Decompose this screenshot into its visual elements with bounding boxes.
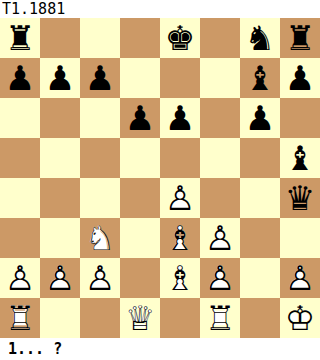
white-rook: ♖ [0, 298, 40, 338]
chess-puzzle-app: T1.1881 ♜♚♞♜♟♟♟♝♟♟♟♟♝♟♙♛♞♘♝♗♟♙♟♙♟♙♟♙♝♗♟♙… [0, 0, 320, 360]
square-e4[interactable]: ♟♙ [160, 178, 200, 218]
square-e5[interactable] [160, 138, 200, 178]
square-e3[interactable]: ♝♗ [160, 218, 200, 258]
square-a2[interactable]: ♟♙ [0, 258, 40, 298]
black-bishop: ♝ [280, 138, 320, 178]
square-f1[interactable]: ♜♖ [200, 298, 240, 338]
square-d8[interactable] [120, 18, 160, 58]
square-a3[interactable] [0, 218, 40, 258]
white-rook-fill: ♜ [200, 298, 240, 338]
square-g4[interactable] [240, 178, 280, 218]
square-a5[interactable] [0, 138, 40, 178]
white-pawn-fill: ♟ [200, 258, 240, 298]
square-b2[interactable]: ♟♙ [40, 258, 80, 298]
square-g2[interactable] [240, 258, 280, 298]
square-d6[interactable]: ♟ [120, 98, 160, 138]
square-b7[interactable]: ♟ [40, 58, 80, 98]
square-g5[interactable] [240, 138, 280, 178]
square-f4[interactable] [200, 178, 240, 218]
white-bishop: ♗ [160, 258, 200, 298]
square-c8[interactable] [80, 18, 120, 58]
chess-board: ♜♚♞♜♟♟♟♝♟♟♟♟♝♟♙♛♞♘♝♗♟♙♟♙♟♙♟♙♝♗♟♙♟♙♜♖♛♕♜♖… [0, 18, 320, 338]
white-pawn-fill: ♟ [80, 258, 120, 298]
black-rook: ♜ [0, 18, 40, 58]
square-d4[interactable] [120, 178, 160, 218]
white-pawn: ♙ [200, 218, 240, 258]
white-rook-fill: ♜ [0, 298, 40, 338]
square-a1[interactable]: ♜♖ [0, 298, 40, 338]
white-pawn-fill: ♟ [0, 258, 40, 298]
square-d1[interactable]: ♛♕ [120, 298, 160, 338]
square-h1[interactable]: ♚♔ [280, 298, 320, 338]
white-pawn: ♙ [160, 178, 200, 218]
white-pawn-fill: ♟ [200, 218, 240, 258]
square-a7[interactable]: ♟ [0, 58, 40, 98]
black-queen: ♛ [280, 178, 320, 218]
square-h3[interactable] [280, 218, 320, 258]
square-f3[interactable]: ♟♙ [200, 218, 240, 258]
white-knight: ♘ [80, 218, 120, 258]
square-d3[interactable] [120, 218, 160, 258]
square-b4[interactable] [40, 178, 80, 218]
square-g8[interactable]: ♞ [240, 18, 280, 58]
square-c1[interactable] [80, 298, 120, 338]
square-h7[interactable]: ♟ [280, 58, 320, 98]
square-c7[interactable]: ♟ [80, 58, 120, 98]
square-b5[interactable] [40, 138, 80, 178]
square-f2[interactable]: ♟♙ [200, 258, 240, 298]
square-h6[interactable] [280, 98, 320, 138]
square-f6[interactable] [200, 98, 240, 138]
black-pawn: ♟ [40, 58, 80, 98]
square-c4[interactable] [80, 178, 120, 218]
square-a4[interactable] [0, 178, 40, 218]
square-d5[interactable] [120, 138, 160, 178]
black-bishop: ♝ [240, 58, 280, 98]
white-pawn: ♙ [200, 258, 240, 298]
white-bishop: ♗ [160, 218, 200, 258]
square-g3[interactable] [240, 218, 280, 258]
white-queen-fill: ♛ [120, 298, 160, 338]
black-pawn: ♟ [80, 58, 120, 98]
white-pawn: ♙ [0, 258, 40, 298]
square-d2[interactable] [120, 258, 160, 298]
square-e1[interactable] [160, 298, 200, 338]
square-e8[interactable]: ♚ [160, 18, 200, 58]
white-pawn-fill: ♟ [40, 258, 80, 298]
square-c2[interactable]: ♟♙ [80, 258, 120, 298]
black-pawn: ♟ [240, 98, 280, 138]
white-bishop-fill: ♝ [160, 258, 200, 298]
white-knight-fill: ♞ [80, 218, 120, 258]
black-rook: ♜ [280, 18, 320, 58]
square-h4[interactable]: ♛ [280, 178, 320, 218]
square-g7[interactable]: ♝ [240, 58, 280, 98]
white-pawn: ♙ [280, 258, 320, 298]
square-h5[interactable]: ♝ [280, 138, 320, 178]
square-f7[interactable] [200, 58, 240, 98]
square-b6[interactable] [40, 98, 80, 138]
square-g1[interactable] [240, 298, 280, 338]
white-queen: ♕ [120, 298, 160, 338]
white-rook: ♖ [200, 298, 240, 338]
square-b8[interactable] [40, 18, 80, 58]
square-b1[interactable] [40, 298, 80, 338]
square-d7[interactable] [120, 58, 160, 98]
black-knight: ♞ [240, 18, 280, 58]
square-f5[interactable] [200, 138, 240, 178]
black-pawn: ♟ [0, 58, 40, 98]
square-b3[interactable] [40, 218, 80, 258]
square-c3[interactable]: ♞♘ [80, 218, 120, 258]
square-f8[interactable] [200, 18, 240, 58]
puzzle-title: T1.1881 [0, 0, 320, 18]
move-prompt: 1... ? [0, 338, 320, 360]
white-king-fill: ♚ [280, 298, 320, 338]
black-pawn: ♟ [120, 98, 160, 138]
white-bishop-fill: ♝ [160, 218, 200, 258]
black-king: ♚ [160, 18, 200, 58]
white-pawn: ♙ [80, 258, 120, 298]
square-c6[interactable] [80, 98, 120, 138]
white-king: ♔ [280, 298, 320, 338]
white-pawn-fill: ♟ [280, 258, 320, 298]
white-pawn: ♙ [40, 258, 80, 298]
black-pawn: ♟ [280, 58, 320, 98]
square-e6[interactable]: ♟ [160, 98, 200, 138]
square-e2[interactable]: ♝♗ [160, 258, 200, 298]
square-h8[interactable]: ♜ [280, 18, 320, 58]
square-a6[interactable] [0, 98, 40, 138]
square-c5[interactable] [80, 138, 120, 178]
square-h2[interactable]: ♟♙ [280, 258, 320, 298]
square-a8[interactable]: ♜ [0, 18, 40, 58]
white-pawn-fill: ♟ [160, 178, 200, 218]
black-pawn: ♟ [160, 98, 200, 138]
square-g6[interactable]: ♟ [240, 98, 280, 138]
square-e7[interactable] [160, 58, 200, 98]
